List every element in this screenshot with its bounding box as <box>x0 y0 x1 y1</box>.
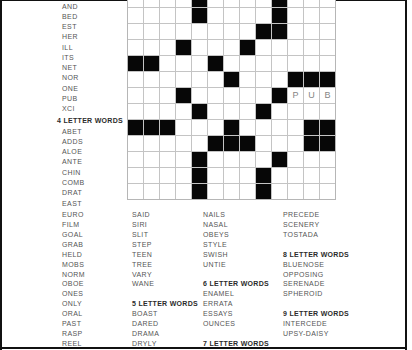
grid-cell-r10c1[interactable] <box>144 152 159 167</box>
grid-cell-black-r8c11 <box>304 120 319 135</box>
grid-cell-r12c6[interactable] <box>224 184 239 199</box>
grid-cell-r0c2[interactable] <box>160 0 175 7</box>
word-list-item-pub: PUB <box>62 95 78 103</box>
grid-cell-r4c7[interactable] <box>240 56 255 71</box>
grid-cell-r8c10[interactable] <box>288 120 303 135</box>
grid-cell-black-r9c12 <box>320 136 335 151</box>
grid-cell-r12c2[interactable] <box>160 184 175 199</box>
grid-cell-r4c3[interactable] <box>176 56 191 71</box>
grid-cell-r2c11[interactable] <box>304 24 319 39</box>
grid-cell-r12c12[interactable] <box>320 184 335 199</box>
grid-cell-black-r9c5 <box>208 136 223 151</box>
grid-cell-black-r7c4 <box>192 104 207 119</box>
grid-cell-r6c5[interactable] <box>208 88 223 103</box>
word-list-item-aloe: ALOE <box>62 148 82 156</box>
grid-cell-r3c8[interactable] <box>256 40 271 55</box>
word-list-item-bed: BED <box>62 13 78 21</box>
grid-cell-r12c0[interactable] <box>128 184 143 199</box>
word-list-item-swish: SWISH <box>203 251 228 259</box>
grid-cell-black-r4c1 <box>144 56 159 71</box>
grid-cell-r12c11[interactable] <box>304 184 319 199</box>
grid-cell-r6c11[interactable]: U <box>304 88 319 103</box>
grid-cell-r9c3[interactable] <box>176 136 191 151</box>
grid-cell-r2c5[interactable] <box>208 24 223 39</box>
grid-cell-r2c1[interactable] <box>144 24 159 39</box>
grid-cell-r0c11[interactable] <box>304 0 319 7</box>
grid-cell-r5c5[interactable] <box>208 72 223 87</box>
grid-cell-r7c10[interactable] <box>288 104 303 119</box>
grid-cell-black-r8c1 <box>144 120 159 135</box>
word-list-item-oral: ORAL <box>62 310 83 318</box>
grid-cell-black-r5c10 <box>288 72 303 87</box>
grid-cell-r10c5[interactable] <box>208 152 223 167</box>
grid-cell-r9c8[interactable] <box>256 136 271 151</box>
word-list-item-enamel: ENAMEL <box>203 290 234 298</box>
word-list-header-8-letter-words: 8 LETTER WORDS <box>283 251 349 259</box>
word-list-item-vary: VARY <box>132 271 152 279</box>
word-list-item-mobs: MOBS <box>62 261 84 269</box>
grid-cell-r3c1[interactable] <box>144 40 159 55</box>
grid-cell-black-r9c11 <box>304 136 319 151</box>
grid-cell-r9c9[interactable] <box>272 136 287 151</box>
word-list-item-said: SAID <box>132 211 150 219</box>
grid-cell-r1c0[interactable] <box>128 8 143 23</box>
grid-cell-r0c3[interactable] <box>176 0 191 7</box>
word-list-item-only: ONLY <box>62 300 82 308</box>
grid-cell-black-r9c7 <box>240 136 255 151</box>
grid-cell-r8c9[interactable] <box>272 120 287 135</box>
grid-cell-r7c6[interactable] <box>224 104 239 119</box>
word-list-item-nor: NOR <box>62 74 79 82</box>
word-list-item-net: NET <box>62 64 77 72</box>
word-list-item-upsy-daisy: UPSY-DAISY <box>283 330 329 338</box>
grid-cell-black-r4c5 <box>208 56 223 71</box>
grid-cell-r0c1[interactable] <box>144 0 159 7</box>
grid-cell-r6c0[interactable] <box>128 88 143 103</box>
grid-cell-r3c6[interactable] <box>224 40 239 55</box>
word-list-item-euro: EURO <box>62 211 84 219</box>
word-list-item-scenery: SCENERY <box>283 221 320 229</box>
grid-cell-r9c2[interactable] <box>160 136 175 151</box>
word-list-item-ante: ANTE <box>62 158 82 166</box>
word-list-item-oboe: OBOE <box>62 280 84 288</box>
grid-cell-r10c7[interactable] <box>240 152 255 167</box>
word-list-item-adds: ADDS <box>62 138 83 146</box>
grid-cell-r8c7[interactable] <box>240 120 255 135</box>
grid-cell-r2c3[interactable] <box>176 24 191 39</box>
word-list-item-chin: CHIN <box>62 169 81 177</box>
grid-cell-r12c9[interactable] <box>272 184 287 199</box>
grid-cell-r7c9[interactable] <box>272 104 287 119</box>
grid-cell-black-r8c6 <box>224 120 239 135</box>
grid-cell-r8c3[interactable] <box>176 120 191 135</box>
grid-cell-r2c6[interactable] <box>224 24 239 39</box>
word-list-item-ill: ILL <box>62 44 73 52</box>
grid-cell-r4c12[interactable] <box>320 56 335 71</box>
grid-cell-r12c10[interactable] <box>288 184 303 199</box>
grid-cell-black-r2c8 <box>256 24 271 39</box>
grid-cell-black-r6c3 <box>176 88 191 103</box>
grid-cell-black-r5c11 <box>304 72 319 87</box>
grid-cell-black-r0c9 <box>272 0 287 7</box>
grid-cell-r11c2[interactable] <box>160 168 175 183</box>
word-list-item-est: EST <box>62 23 77 31</box>
grid-cell-black-r7c8 <box>256 104 271 119</box>
grid-cell-r11c11[interactable] <box>304 168 319 183</box>
word-list-item-nasal: NASAL <box>203 221 228 229</box>
word-list-item-its: ITS <box>62 54 74 62</box>
grid-cell-r11c1[interactable] <box>144 168 159 183</box>
grid-cell-r10c11[interactable] <box>304 152 319 167</box>
word-list-header-5-letter-words: 5 LETTER WORDS <box>132 300 198 308</box>
grid-cell-black-r10c4 <box>192 152 207 167</box>
grid-cell-r1c7[interactable] <box>240 8 255 23</box>
word-list-item-essays: ESSAYS <box>203 310 233 318</box>
grid-cell-r11c10[interactable] <box>288 168 303 183</box>
grid-cell-r0c0[interactable] <box>128 0 143 7</box>
grid-cell-r2c12[interactable] <box>320 24 335 39</box>
grid-cell-r5c3[interactable] <box>176 72 191 87</box>
grid-cell-r1c1[interactable] <box>144 8 159 23</box>
grid-cell-r5c7[interactable] <box>240 72 255 87</box>
word-list-item-her: HER <box>62 33 78 41</box>
word-list-item-grab: GRAB <box>62 241 83 249</box>
word-list-item-comb: COMB <box>62 179 85 187</box>
grid-cell-r3c5[interactable] <box>208 40 223 55</box>
word-list-item-held: HELD <box>62 251 82 259</box>
grid-cell-black-r0c4 <box>192 0 207 7</box>
grid-cell-r11c5[interactable] <box>208 168 223 183</box>
word-list-item-bluenose: BLUENOSE <box>283 261 324 269</box>
grid-cell-r11c12[interactable] <box>320 168 335 183</box>
word-list-item-ounces: OUNCES <box>203 320 235 328</box>
grid-cell-r6c12[interactable]: B <box>320 88 335 103</box>
grid-cell-r3c0[interactable] <box>128 40 143 55</box>
word-list-item-past: PAST <box>62 320 81 328</box>
word-list-item-wane: WANE <box>132 280 154 288</box>
grid-cell-black-r1c9 <box>272 8 287 23</box>
grid-cell-r3c9[interactable] <box>272 40 287 55</box>
grid-cell-r7c12[interactable] <box>320 104 335 119</box>
grid-cell-black-r1c4 <box>192 8 207 23</box>
grid-cell-r10c2[interactable] <box>160 152 175 167</box>
grid-cell-r10c3[interactable] <box>176 152 191 167</box>
word-list-item-drama: DRAMA <box>132 330 159 338</box>
word-list-item-reel: REEL <box>62 340 82 348</box>
grid-cell-r12c3[interactable] <box>176 184 191 199</box>
grid-cell-black-r3c3 <box>176 40 191 55</box>
grid-cell-r1c10[interactable] <box>288 8 303 23</box>
grid-cell-r3c10[interactable] <box>288 40 303 55</box>
grid-cell-r2c2[interactable] <box>160 24 175 39</box>
word-list-item-errata: ERRATA <box>203 300 233 308</box>
grid-cell-black-r11c8 <box>256 168 271 183</box>
grid-cell-r7c7[interactable] <box>240 104 255 119</box>
grid-cell-r2c10[interactable] <box>288 24 303 39</box>
grid-cell-black-r5c12 <box>320 72 335 87</box>
grid-cell-r5c2[interactable] <box>160 72 175 87</box>
word-list-item-nails: NAILS <box>203 211 225 219</box>
word-list-item-teen: TEEN <box>132 251 152 259</box>
grid-cell-black-r8c0 <box>128 120 143 135</box>
grid-cell-black-r2c9 <box>272 24 287 39</box>
word-list-item-precede: PRECEDE <box>283 211 320 219</box>
grid-cell-r3c4[interactable] <box>192 40 207 55</box>
grid-cell-r9c10[interactable] <box>288 136 303 151</box>
grid-cell-r1c6[interactable] <box>224 8 239 23</box>
grid-cell-black-r8c12 <box>320 120 335 135</box>
grid-cell-r8c5[interactable] <box>208 120 223 135</box>
grid-cell-r4c11[interactable] <box>304 56 319 71</box>
word-list-item-opposing: OPPOSING <box>283 271 324 279</box>
word-list-item-ones: ONES <box>62 290 83 298</box>
word-list-item-xci: XCI <box>62 105 75 113</box>
grid-cell-r1c5[interactable] <box>208 8 223 23</box>
word-list-item-abet: ABET <box>62 128 82 136</box>
grid-cell-r11c7[interactable] <box>240 168 255 183</box>
grid-cell-r11c6[interactable] <box>224 168 239 183</box>
page-border-left <box>0 0 2 350</box>
grid-cell-r3c2[interactable] <box>160 40 175 55</box>
grid-cell-r8c4[interactable] <box>192 120 207 135</box>
word-list-header-9-letter-words: 9 LETTER WORDS <box>283 310 349 318</box>
grid-cell-r2c4[interactable] <box>192 24 207 39</box>
word-list-item-dryly: DRYLY <box>132 340 157 348</box>
grid-cell-r11c0[interactable] <box>128 168 143 183</box>
grid-cell-r6c1[interactable] <box>144 88 159 103</box>
word-list-item-untie: UNTIE <box>203 261 226 269</box>
word-list-item-dared: DARED <box>132 320 159 328</box>
word-list-item-film: FILM <box>62 221 80 229</box>
word-list-item-drat: DRAT <box>62 189 82 197</box>
grid-cell-r5c0[interactable] <box>128 72 143 87</box>
word-list-item-tree: TREE <box>132 261 152 269</box>
grid-cell-r10c8[interactable] <box>256 152 271 167</box>
word-list-item-intercede: INTERCEDE <box>283 320 327 328</box>
word-list-item-obeys: OBEYS <box>203 231 229 239</box>
grid-cell-r10c10[interactable] <box>288 152 303 167</box>
grid-cell-r12c1[interactable] <box>144 184 159 199</box>
grid-cell-r7c0[interactable] <box>128 104 143 119</box>
grid-cell-r0c6[interactable] <box>224 0 239 7</box>
word-list-item-tostada: TOSTADA <box>283 231 318 239</box>
grid-cell-r4c4[interactable] <box>192 56 207 71</box>
grid-cell-r3c12[interactable] <box>320 40 335 55</box>
word-list-item-rasp: RASP <box>62 330 83 338</box>
grid-cell-r10c12[interactable] <box>320 152 335 167</box>
grid-cell-r10c0[interactable] <box>128 152 143 167</box>
grid-cell-r7c11[interactable] <box>304 104 319 119</box>
grid-cell-r6c7[interactable] <box>240 88 255 103</box>
grid-cell-r4c9[interactable] <box>272 56 287 71</box>
grid-cell-r5c4[interactable] <box>192 72 207 87</box>
word-list-item-one: ONE <box>62 85 78 93</box>
grid-cell-black-r11c4 <box>192 168 207 183</box>
grid-cell-r1c2[interactable] <box>160 8 175 23</box>
grid-cell-r5c1[interactable] <box>144 72 159 87</box>
grid-cell-r1c12[interactable] <box>320 8 335 23</box>
grid-cell-r9c1[interactable] <box>144 136 159 151</box>
grid-cell-r6c4[interactable] <box>192 88 207 103</box>
grid-cell-r1c11[interactable] <box>304 8 319 23</box>
grid-cell-r2c7[interactable] <box>240 24 255 39</box>
grid-cell-r12c5[interactable] <box>208 184 223 199</box>
grid-cell-r1c3[interactable] <box>176 8 191 23</box>
grid-cell-r0c5[interactable] <box>208 0 223 7</box>
grid-cell-r3c11[interactable] <box>304 40 319 55</box>
grid-cell-r4c2[interactable] <box>160 56 175 71</box>
grid-cell-r6c6[interactable] <box>224 88 239 103</box>
grid-cell-r4c6[interactable] <box>224 56 239 71</box>
grid-cell-black-r4c0 <box>128 56 143 71</box>
grid-cell-r8c8[interactable] <box>256 120 271 135</box>
grid-cell-r7c2[interactable] <box>160 104 175 119</box>
grid-cell-r10c6[interactable] <box>224 152 239 167</box>
grid-cell-r6c8[interactable] <box>256 88 271 103</box>
grid-cell-black-r8c2 <box>160 120 175 135</box>
grid-cell-r6c10[interactable]: P <box>288 88 303 103</box>
grid-cell-black-r10c9 <box>272 152 287 167</box>
grid-cell-r7c1[interactable] <box>144 104 159 119</box>
word-list-item-boast: BOAST <box>132 310 158 318</box>
word-list-item-norm: NORM <box>62 271 85 279</box>
word-list-item-serenade: SERENADE <box>283 280 325 288</box>
grid-cell-r5c8[interactable] <box>256 72 271 87</box>
grid-cell-r11c9[interactable] <box>272 168 287 183</box>
grid-cell-r12c7[interactable] <box>240 184 255 199</box>
grid-cell-r9c4[interactable] <box>192 136 207 151</box>
word-list-header-7-letter-words: 7 LETTER WORDS <box>203 340 269 348</box>
word-list-item-goal: GOAL <box>62 231 83 239</box>
word-list-item-east: EAST <box>62 200 82 208</box>
word-list-item-step: STEP <box>132 241 152 249</box>
grid-cell-r7c5[interactable] <box>208 104 223 119</box>
grid-cell-r0c7[interactable] <box>240 0 255 7</box>
grid-cell-r9c0[interactable] <box>128 136 143 151</box>
grid-cell-black-r3c7 <box>240 40 255 55</box>
grid-cell-r2c0[interactable] <box>128 24 143 39</box>
grid-cell-black-r6c9 <box>272 88 287 103</box>
grid-cell-r11c3[interactable] <box>176 168 191 183</box>
word-list-item-spheroid: SPHEROID <box>283 290 323 298</box>
grid-cell-r1c8[interactable] <box>256 8 271 23</box>
grid-cell-black-r12c8 <box>256 184 271 199</box>
word-list-item-slit: SLIT <box>132 231 148 239</box>
page-border-right <box>405 0 407 350</box>
grid-cell-r0c8[interactable] <box>256 0 271 7</box>
word-list-item-and: AND <box>62 3 78 11</box>
word-list-header-4-letter-words: 4 LETTER WORDS <box>57 117 123 125</box>
grid-cell-r4c10[interactable] <box>288 56 303 71</box>
grid-cell-black-r5c6 <box>224 72 239 87</box>
grid-cell-r6c2[interactable] <box>160 88 175 103</box>
word-list-header-6-letter-words: 6 LETTER WORDS <box>203 280 269 288</box>
grid-cell-r7c3[interactable] <box>176 104 191 119</box>
grid-cell-r5c9[interactable] <box>272 72 287 87</box>
word-list-item-siri: SIRI <box>132 221 147 229</box>
grid-cell-r0c10[interactable] <box>288 0 303 7</box>
word-list-item-style: STYLE <box>203 241 227 249</box>
fill-in-puzzle-grid[interactable]: PUB <box>127 0 336 200</box>
grid-cell-black-r12c4 <box>192 184 207 199</box>
grid-cell-r4c8[interactable] <box>256 56 271 71</box>
grid-cell-black-r9c6 <box>224 136 239 151</box>
grid-cell-r0c12[interactable] <box>320 0 335 7</box>
